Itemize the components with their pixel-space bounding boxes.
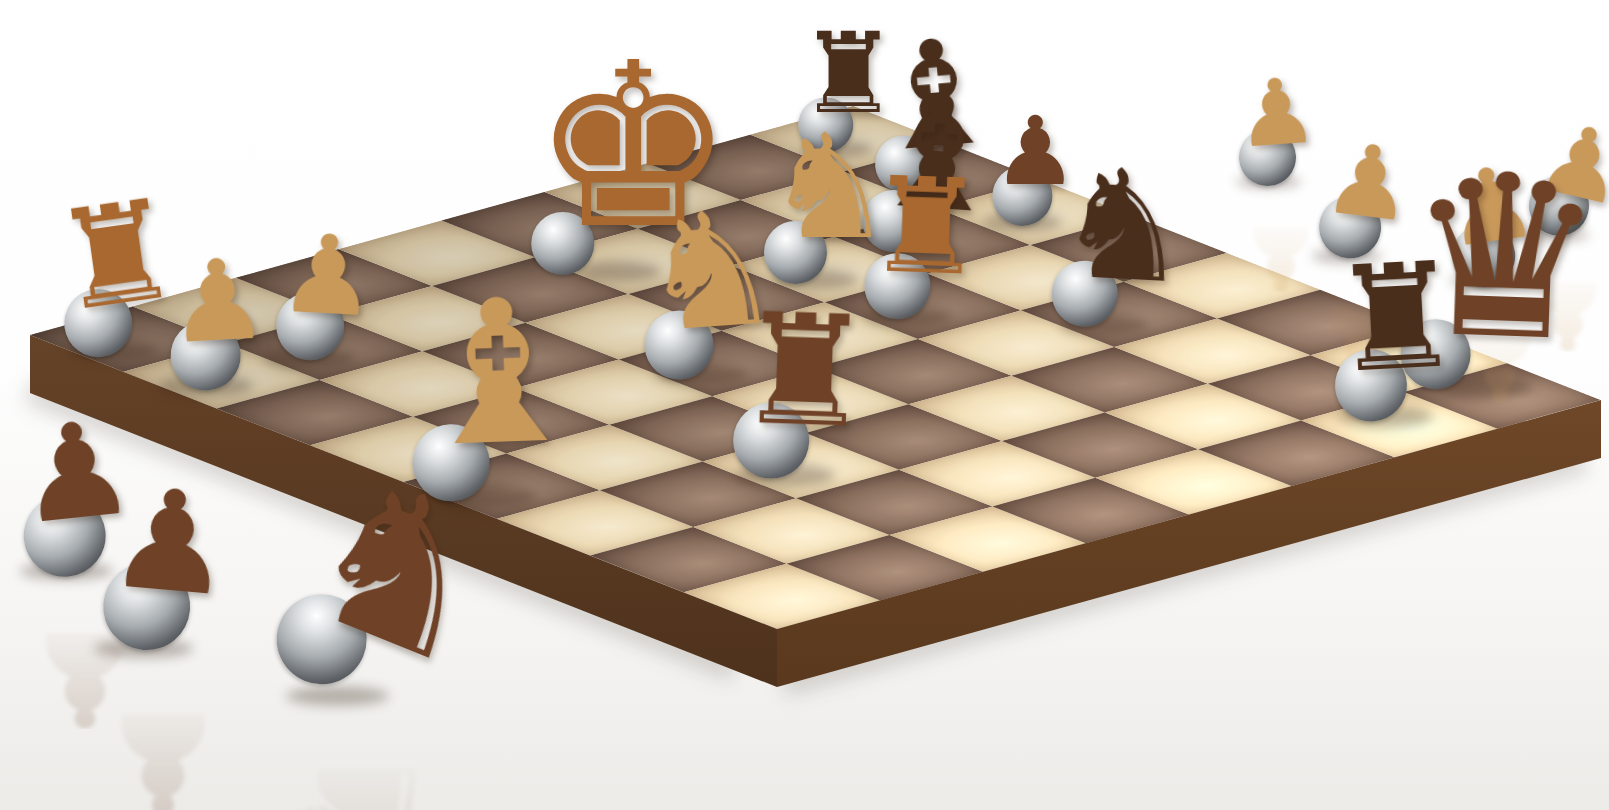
rook-glyph: ♜ [865,173,987,280]
pawn-glyph: ♟ [1234,75,1320,151]
black-knight-g4[interactable]: ♞ [1050,164,1194,331]
piece-reflection: ♟ [101,652,226,810]
product-photo-scene: ♜♟♟♚♞♞♜♝♜♝♝♟♞♜♜♛♟♟♟♟♞♞♟♟♟♟♟♟♟♟ [0,0,1609,810]
black-rook-g2[interactable]: ♜ [1329,258,1467,424]
steel-ball-base [120,652,207,739]
captured-white-pawn[interactable]: ♟ [1234,75,1323,187]
piece-reflection: ♟ [1240,185,1322,292]
rook-glyph: ♜ [734,309,875,433]
steel-ball-base [1253,185,1310,242]
pawn-glyph: ♟ [1320,138,1418,225]
bishop-glyph: ♝ [407,294,590,455]
captured-black-pawn[interactable]: ♟ [99,483,237,658]
pawn-glyph: ♟ [277,231,379,321]
pawn-glyph: ♟ [165,255,270,347]
white-pawn-a7[interactable]: ♟ [165,255,272,392]
knight-glyph: ♞ [1052,164,1194,290]
white-pawn-b7[interactable]: ♟ [275,231,379,364]
white-rook-f5[interactable]: ♜ [863,173,986,322]
black-rook-c3[interactable]: ♜ [732,309,875,482]
pawn-glyph: ♟ [104,483,238,602]
rook-glyph: ♜ [1329,258,1465,378]
